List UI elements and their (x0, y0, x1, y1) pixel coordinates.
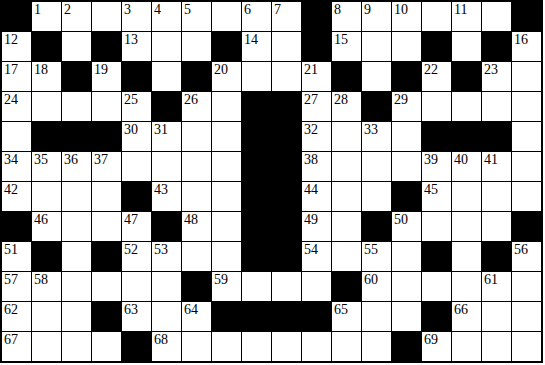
white-cell[interactable]: 8 (332, 2, 361, 31)
clue-number: 17 (4, 62, 18, 77)
clue-number: 49 (304, 212, 318, 227)
white-cell[interactable] (92, 2, 121, 31)
black-cell (422, 302, 451, 331)
black-cell (62, 122, 91, 151)
clue-number: 22 (424, 62, 438, 77)
white-cell[interactable] (482, 302, 511, 331)
black-cell (92, 242, 121, 271)
white-cell[interactable]: 22 (422, 62, 451, 91)
white-cell[interactable]: 3 (122, 2, 151, 31)
white-cell[interactable] (392, 242, 421, 271)
black-cell (242, 122, 271, 151)
clue-number: 57 (4, 272, 18, 287)
black-cell (152, 92, 181, 121)
clue-number: 42 (4, 182, 18, 197)
white-cell[interactable] (362, 302, 391, 331)
clue-number: 15 (334, 32, 348, 47)
white-cell[interactable]: 24 (2, 92, 31, 121)
clue-number: 2 (64, 2, 71, 17)
white-cell[interactable] (512, 272, 541, 301)
white-cell[interactable] (362, 152, 391, 181)
black-cell (122, 332, 151, 361)
clue-number: 45 (424, 182, 438, 197)
black-cell (392, 62, 421, 91)
white-cell[interactable]: 29 (392, 92, 421, 121)
clue-number: 34 (4, 152, 18, 167)
clue-number: 37 (94, 152, 108, 167)
white-cell[interactable]: 1 (32, 2, 61, 31)
white-cell[interactable]: 51 (2, 242, 31, 271)
white-cell[interactable] (182, 242, 211, 271)
white-cell[interactable] (212, 212, 241, 241)
clue-number: 44 (304, 182, 318, 197)
white-cell[interactable] (362, 62, 391, 91)
black-cell (2, 212, 31, 241)
clue-number: 33 (364, 122, 378, 137)
white-cell[interactable]: 47 (122, 212, 151, 241)
clue-number: 3 (124, 2, 131, 17)
white-cell[interactable] (152, 302, 181, 331)
white-cell[interactable]: 53 (152, 242, 181, 271)
white-cell[interactable]: 69 (422, 332, 451, 361)
white-cell[interactable]: 19 (92, 62, 121, 91)
white-cell[interactable] (62, 92, 91, 121)
black-cell (332, 62, 361, 91)
white-cell[interactable] (62, 242, 91, 271)
clue-number: 48 (184, 212, 198, 227)
clue-number: 46 (34, 212, 48, 227)
white-cell[interactable]: 45 (422, 182, 451, 211)
white-cell[interactable] (482, 212, 511, 241)
clue-number: 13 (124, 32, 138, 47)
white-cell[interactable] (482, 182, 511, 211)
clue-number: 5 (184, 2, 191, 17)
black-cell (512, 212, 541, 241)
black-cell (242, 182, 271, 211)
white-cell[interactable] (512, 92, 541, 121)
white-cell[interactable]: 35 (32, 152, 61, 181)
black-cell (182, 62, 211, 91)
white-cell[interactable]: 30 (122, 122, 151, 151)
white-cell[interactable]: 67 (2, 332, 31, 361)
white-cell[interactable] (2, 122, 31, 151)
white-cell[interactable] (62, 302, 91, 331)
white-cell[interactable] (332, 212, 361, 241)
white-cell[interactable]: 68 (152, 332, 181, 361)
white-cell[interactable]: 23 (482, 62, 511, 91)
black-cell (62, 62, 91, 91)
black-cell (92, 302, 121, 331)
white-cell[interactable] (182, 332, 211, 361)
white-cell[interactable] (452, 182, 481, 211)
white-cell[interactable] (32, 182, 61, 211)
white-cell[interactable]: 60 (362, 272, 391, 301)
clue-number: 9 (364, 2, 371, 17)
black-cell (392, 182, 421, 211)
clue-number: 28 (334, 92, 348, 107)
white-cell[interactable] (62, 332, 91, 361)
clue-number: 40 (454, 152, 468, 167)
black-cell (422, 32, 451, 61)
clue-number: 29 (394, 92, 408, 107)
white-cell[interactable] (92, 272, 121, 301)
clue-number: 68 (154, 332, 168, 347)
white-cell[interactable] (32, 92, 61, 121)
white-cell[interactable]: 15 (332, 32, 361, 61)
black-cell (122, 182, 151, 211)
white-cell[interactable] (422, 2, 451, 31)
white-cell[interactable]: 7 (272, 2, 301, 31)
black-cell (302, 302, 331, 331)
white-cell[interactable]: 32 (302, 122, 331, 151)
white-cell[interactable] (62, 272, 91, 301)
white-cell[interactable]: 63 (122, 302, 151, 331)
white-cell[interactable] (332, 122, 361, 151)
white-cell[interactable] (92, 182, 121, 211)
white-cell[interactable] (422, 92, 451, 121)
black-cell (242, 152, 271, 181)
white-cell[interactable] (272, 332, 301, 361)
white-cell[interactable] (212, 332, 241, 361)
white-cell[interactable] (182, 122, 211, 151)
black-cell (92, 32, 121, 61)
black-cell (182, 272, 211, 301)
white-cell[interactable] (32, 332, 61, 361)
clue-number: 35 (34, 152, 48, 167)
white-cell[interactable]: 5 (182, 2, 211, 31)
clue-number: 30 (124, 122, 138, 137)
clue-number: 51 (4, 242, 18, 257)
clue-number: 61 (484, 272, 498, 287)
black-cell (482, 242, 511, 271)
clue-number: 19 (94, 62, 108, 77)
white-cell[interactable] (152, 62, 181, 91)
clue-number: 12 (4, 32, 18, 47)
black-cell (212, 32, 241, 61)
white-cell[interactable]: 50 (392, 212, 421, 241)
clue-number: 69 (424, 332, 438, 347)
white-cell[interactable] (512, 302, 541, 331)
white-cell[interactable] (482, 92, 511, 121)
clue-number: 54 (304, 242, 318, 257)
white-cell[interactable]: 58 (32, 272, 61, 301)
white-cell[interactable] (152, 272, 181, 301)
clue-number: 32 (304, 122, 318, 137)
clue-number: 66 (454, 302, 468, 317)
black-cell (242, 92, 271, 121)
clue-number: 16 (514, 32, 528, 47)
white-cell[interactable] (362, 182, 391, 211)
white-cell[interactable] (212, 152, 241, 181)
white-cell[interactable] (392, 32, 421, 61)
white-cell[interactable] (62, 212, 91, 241)
white-cell[interactable] (392, 152, 421, 181)
white-cell[interactable]: 66 (452, 302, 481, 331)
clue-number: 14 (244, 32, 258, 47)
clue-number: 53 (154, 242, 168, 257)
white-cell[interactable] (182, 152, 211, 181)
white-cell[interactable] (512, 122, 541, 151)
clue-number: 58 (34, 272, 48, 287)
white-cell[interactable] (92, 332, 121, 361)
white-cell[interactable]: 36 (62, 152, 91, 181)
white-cell[interactable]: 48 (182, 212, 211, 241)
white-cell[interactable] (182, 32, 211, 61)
white-cell[interactable] (392, 122, 421, 151)
white-cell[interactable]: 54 (302, 242, 331, 271)
white-cell[interactable]: 13 (122, 32, 151, 61)
white-cell[interactable] (92, 212, 121, 241)
black-cell (362, 212, 391, 241)
white-cell[interactable] (212, 122, 241, 151)
white-cell[interactable]: 40 (452, 152, 481, 181)
black-cell (122, 62, 151, 91)
white-cell[interactable]: 21 (302, 62, 331, 91)
white-cell[interactable]: 17 (2, 62, 31, 91)
black-cell (362, 92, 391, 121)
white-cell[interactable] (152, 32, 181, 61)
white-cell[interactable] (362, 32, 391, 61)
clue-number: 4 (154, 2, 161, 17)
white-cell[interactable]: 9 (362, 2, 391, 31)
clue-number: 36 (64, 152, 78, 167)
white-cell[interactable] (512, 152, 541, 181)
white-cell[interactable]: 4 (152, 2, 181, 31)
white-cell[interactable]: 16 (512, 32, 541, 61)
white-cell[interactable] (332, 182, 361, 211)
white-cell[interactable] (452, 272, 481, 301)
clue-number: 20 (214, 62, 228, 77)
clue-number: 52 (124, 242, 138, 257)
white-cell[interactable]: 39 (422, 152, 451, 181)
black-cell (32, 122, 61, 151)
white-cell[interactable]: 46 (32, 212, 61, 241)
clue-number: 26 (184, 92, 198, 107)
white-cell[interactable] (512, 182, 541, 211)
black-cell (242, 242, 271, 271)
white-cell[interactable] (512, 62, 541, 91)
clue-number: 67 (4, 332, 18, 347)
black-cell (482, 122, 511, 151)
white-cell[interactable] (452, 242, 481, 271)
black-cell (422, 242, 451, 271)
white-cell[interactable]: 52 (122, 242, 151, 271)
white-cell[interactable] (152, 152, 181, 181)
black-cell (32, 242, 61, 271)
white-cell[interactable]: 62 (2, 302, 31, 331)
white-cell[interactable] (392, 272, 421, 301)
white-cell[interactable]: 38 (302, 152, 331, 181)
white-cell[interactable] (302, 332, 331, 361)
white-cell[interactable] (122, 272, 151, 301)
white-cell[interactable]: 2 (62, 2, 91, 31)
white-cell[interactable] (32, 302, 61, 331)
black-cell (512, 2, 541, 31)
white-cell[interactable] (182, 182, 211, 211)
clue-number: 41 (484, 152, 498, 167)
white-cell[interactable]: 59 (212, 272, 241, 301)
black-cell (242, 212, 271, 241)
white-cell[interactable] (62, 182, 91, 211)
black-cell (212, 302, 241, 331)
clue-number: 23 (484, 62, 498, 77)
white-cell[interactable]: 10 (392, 2, 421, 31)
white-cell[interactable] (452, 92, 481, 121)
white-cell[interactable] (272, 272, 301, 301)
white-cell[interactable] (422, 272, 451, 301)
black-cell (392, 332, 421, 361)
clue-number: 7 (274, 2, 281, 17)
black-cell (452, 122, 481, 151)
black-cell (272, 242, 301, 271)
clue-number: 63 (124, 302, 138, 317)
clue-number: 11 (454, 2, 467, 17)
white-cell[interactable] (332, 332, 361, 361)
black-cell (272, 182, 301, 211)
clue-number: 43 (154, 182, 168, 197)
clue-number: 10 (394, 2, 408, 17)
white-cell[interactable] (272, 32, 301, 61)
white-cell[interactable]: 57 (2, 272, 31, 301)
white-cell[interactable]: 12 (2, 32, 31, 61)
white-cell[interactable] (62, 32, 91, 61)
clue-number: 1 (34, 2, 41, 17)
white-cell[interactable] (242, 272, 271, 301)
clue-number: 50 (394, 212, 408, 227)
white-cell[interactable] (212, 182, 241, 211)
white-cell[interactable] (482, 332, 511, 361)
white-cell[interactable]: 64 (182, 302, 211, 331)
clue-number: 24 (4, 92, 18, 107)
white-cell[interactable] (332, 152, 361, 181)
black-cell (422, 122, 451, 151)
white-cell[interactable]: 44 (302, 182, 331, 211)
clue-number: 21 (304, 62, 318, 77)
white-cell[interactable]: 34 (2, 152, 31, 181)
white-cell[interactable] (242, 62, 271, 91)
clue-number: 39 (424, 152, 438, 167)
crossword-puzzle: 1234567891011121314151617181920212223242… (0, 0, 543, 363)
clue-number: 59 (214, 272, 228, 287)
white-cell[interactable]: 25 (122, 92, 151, 121)
white-cell[interactable] (452, 32, 481, 61)
white-cell[interactable] (242, 332, 271, 361)
white-cell[interactable] (212, 2, 241, 31)
black-cell (2, 2, 31, 31)
white-cell[interactable]: 65 (332, 302, 361, 331)
white-cell[interactable] (212, 242, 241, 271)
white-cell[interactable]: 28 (332, 92, 361, 121)
white-cell[interactable]: 55 (362, 242, 391, 271)
white-cell[interactable] (92, 92, 121, 121)
white-cell[interactable] (452, 212, 481, 241)
white-cell[interactable] (482, 2, 511, 31)
black-cell (332, 272, 361, 301)
clue-number: 64 (184, 302, 198, 317)
black-cell (272, 152, 301, 181)
white-cell[interactable]: 6 (242, 2, 271, 31)
white-cell[interactable] (512, 332, 541, 361)
white-cell[interactable]: 31 (152, 122, 181, 151)
white-cell[interactable] (272, 62, 301, 91)
white-cell[interactable]: 11 (452, 2, 481, 31)
white-cell[interactable]: 43 (152, 182, 181, 211)
white-cell[interactable]: 41 (482, 152, 511, 181)
black-cell (152, 212, 181, 241)
black-cell (272, 122, 301, 151)
clue-number: 47 (124, 212, 138, 227)
clue-number: 25 (124, 92, 138, 107)
black-cell (272, 302, 301, 331)
white-cell[interactable]: 20 (212, 62, 241, 91)
black-cell (302, 32, 331, 61)
white-cell[interactable] (302, 272, 331, 301)
white-cell[interactable] (452, 332, 481, 361)
white-cell[interactable]: 56 (512, 242, 541, 271)
white-cell[interactable]: 37 (92, 152, 121, 181)
clue-number: 31 (154, 122, 168, 137)
white-cell[interactable]: 33 (362, 122, 391, 151)
white-cell[interactable]: 18 (32, 62, 61, 91)
clue-number: 62 (4, 302, 18, 317)
white-cell[interactable]: 49 (302, 212, 331, 241)
clue-number: 38 (304, 152, 318, 167)
clue-number: 18 (34, 62, 48, 77)
white-cell[interactable] (212, 92, 241, 121)
clue-number: 56 (514, 242, 528, 257)
white-cell[interactable] (362, 332, 391, 361)
clue-number: 65 (334, 302, 348, 317)
white-cell[interactable]: 14 (242, 32, 271, 61)
clue-number: 60 (364, 272, 378, 287)
black-cell (272, 212, 301, 241)
clue-number: 27 (304, 92, 318, 107)
white-cell[interactable] (422, 212, 451, 241)
white-cell[interactable]: 42 (2, 182, 31, 211)
white-cell[interactable] (332, 242, 361, 271)
white-cell[interactable]: 27 (302, 92, 331, 121)
clue-number: 8 (334, 2, 341, 17)
clue-number: 55 (364, 242, 378, 257)
crossword-grid: 1234567891011121314151617181920212223242… (0, 0, 543, 363)
white-cell[interactable]: 61 (482, 272, 511, 301)
black-cell (92, 122, 121, 151)
black-cell (272, 92, 301, 121)
white-cell[interactable] (392, 302, 421, 331)
black-cell (32, 32, 61, 61)
clue-number: 6 (244, 2, 251, 17)
black-cell (302, 2, 331, 31)
black-cell (452, 62, 481, 91)
black-cell (482, 32, 511, 61)
black-cell (242, 302, 271, 331)
white-cell[interactable] (122, 152, 151, 181)
white-cell[interactable]: 26 (182, 92, 211, 121)
